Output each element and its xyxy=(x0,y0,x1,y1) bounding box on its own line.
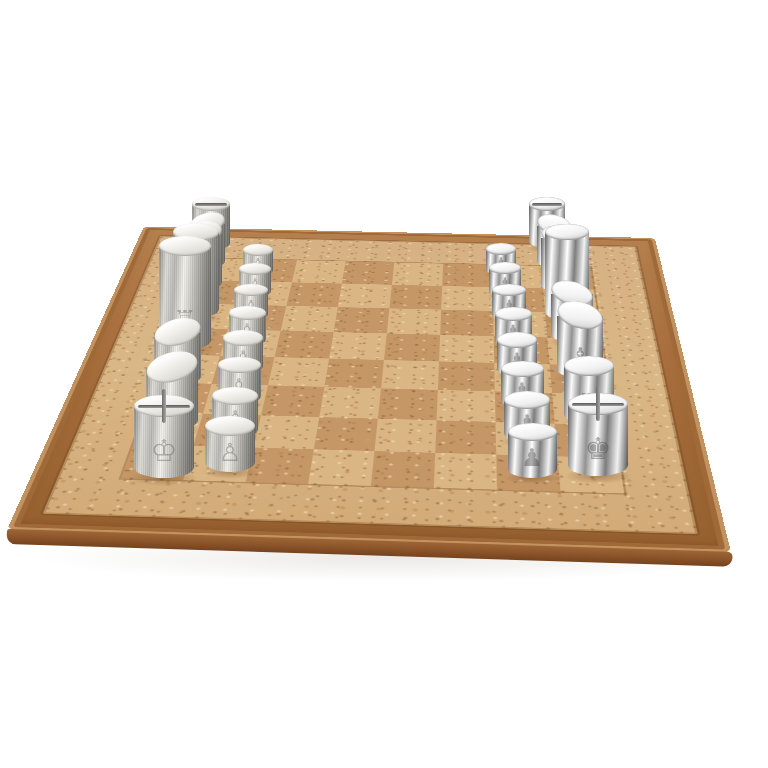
cylinder-top-flat xyxy=(501,361,544,377)
king-cross-groove-vertical xyxy=(162,389,166,423)
piece-black-king-h1[interactable]: ♚ xyxy=(568,393,628,476)
cylinder-top-cross xyxy=(134,395,194,417)
page-background: { "game": "chess", "scene": "overhead-an… xyxy=(0,0,768,768)
queen-slot-groove xyxy=(532,203,563,206)
piece-white-king-a1[interactable]: ♔ xyxy=(134,395,194,478)
cylinder-top-flat xyxy=(504,391,550,409)
cylinder-top-flat xyxy=(495,307,532,321)
cylinder-top-flat xyxy=(159,236,211,256)
queen-slot-groove xyxy=(195,203,228,206)
cylinder-top-flat xyxy=(205,416,255,436)
cylinder-top-flat xyxy=(223,330,263,346)
cylinder-top-flat xyxy=(564,356,614,376)
king-cross-groove-vertical xyxy=(596,387,600,421)
cylinder-top-flat xyxy=(508,423,557,441)
cylinder-top-flat xyxy=(243,244,273,256)
cylinder-top-slot xyxy=(192,197,230,211)
cylinder-top-slot xyxy=(529,197,565,211)
cylinder-top-flat xyxy=(497,332,537,348)
cylinder-top-flat xyxy=(545,224,589,240)
piece-black-pawn-g1[interactable]: ♟ xyxy=(508,423,557,478)
cylinder-top-flat xyxy=(492,284,526,296)
cylinder-top-flat xyxy=(229,306,266,320)
cylinder-top-flat xyxy=(234,284,268,296)
cylinder-top-flat xyxy=(486,243,516,255)
cylinder-top-flat xyxy=(239,263,271,275)
cylinder-top-flat xyxy=(218,357,261,373)
cylinder-top-cross xyxy=(568,393,628,415)
product-photo-stage: ♔♗♘♖♖♗♘♕♙♙♙♙♙♙♙♙♟♟♟♟♟♟♟♟♚♜♝♞♜♝♞♛ xyxy=(0,0,768,768)
cylinder-top-flat xyxy=(489,262,521,274)
piece-white-pawn-b1[interactable]: ♙ xyxy=(205,416,255,472)
pieces-layer: ♔♗♘♖♖♗♘♕♙♙♙♙♙♙♙♙♟♟♟♟♟♟♟♟♚♜♝♞♜♝♞♛ xyxy=(0,0,768,768)
cylinder-top-flat xyxy=(212,387,258,405)
